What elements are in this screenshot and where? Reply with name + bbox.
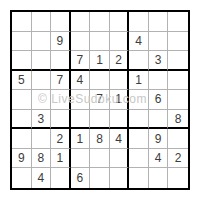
cell-r8c2[interactable]: 8 — [32, 149, 52, 169]
cell-r4c9[interactable] — [168, 71, 188, 91]
cell-r1c7[interactable] — [129, 12, 149, 32]
sudoku-puzzle-image: 947123574171638218499814246 © LiveSudoku… — [0, 0, 200, 200]
cell-r3c7[interactable] — [129, 51, 149, 71]
cell-r7c4[interactable]: 1 — [71, 129, 91, 149]
cell-r5c7[interactable] — [129, 90, 149, 110]
cell-r6c9[interactable]: 8 — [168, 110, 188, 130]
cell-r5c6[interactable]: 1 — [110, 90, 130, 110]
cell-r1c9[interactable] — [168, 12, 188, 32]
cell-r6c8[interactable] — [149, 110, 169, 130]
cell-r5c3[interactable] — [51, 90, 71, 110]
cell-r2c9[interactable] — [168, 32, 188, 52]
cell-r5c8[interactable]: 6 — [149, 90, 169, 110]
cell-r7c8[interactable]: 9 — [149, 129, 169, 149]
cell-r4c3[interactable]: 7 — [51, 71, 71, 91]
cell-r3c6[interactable]: 2 — [110, 51, 130, 71]
cell-r8c7[interactable] — [129, 149, 149, 169]
cell-r5c5[interactable]: 7 — [90, 90, 110, 110]
cell-r4c8[interactable] — [149, 71, 169, 91]
cell-r3c9[interactable] — [168, 51, 188, 71]
cell-r4c4[interactable]: 4 — [71, 71, 91, 91]
cell-r3c2[interactable] — [32, 51, 52, 71]
cell-r8c5[interactable] — [90, 149, 110, 169]
cell-r8c9[interactable]: 2 — [168, 149, 188, 169]
cell-r9c5[interactable] — [90, 168, 110, 188]
cell-r1c8[interactable] — [149, 12, 169, 32]
cell-r1c1[interactable] — [12, 12, 32, 32]
cell-r1c4[interactable] — [71, 12, 91, 32]
cell-r9c1[interactable] — [12, 168, 32, 188]
cell-r3c3[interactable] — [51, 51, 71, 71]
cell-r7c2[interactable] — [32, 129, 52, 149]
cell-r9c8[interactable] — [149, 168, 169, 188]
cell-r1c2[interactable] — [32, 12, 52, 32]
cell-r8c6[interactable] — [110, 149, 130, 169]
cell-r6c2[interactable]: 3 — [32, 110, 52, 130]
cell-r2c8[interactable] — [149, 32, 169, 52]
cell-r6c7[interactable] — [129, 110, 149, 130]
cell-r9c3[interactable] — [51, 168, 71, 188]
cell-r6c5[interactable] — [90, 110, 110, 130]
cell-r7c1[interactable] — [12, 129, 32, 149]
cell-r3c4[interactable]: 7 — [71, 51, 91, 71]
cell-r2c7[interactable]: 4 — [129, 32, 149, 52]
cell-r7c9[interactable] — [168, 129, 188, 149]
cell-r5c2[interactable] — [32, 90, 52, 110]
cell-r6c3[interactable] — [51, 110, 71, 130]
cell-r3c8[interactable]: 3 — [149, 51, 169, 71]
cell-r1c6[interactable] — [110, 12, 130, 32]
cell-r5c4[interactable] — [71, 90, 91, 110]
cell-r5c9[interactable] — [168, 90, 188, 110]
cell-r7c6[interactable]: 4 — [110, 129, 130, 149]
cell-r6c1[interactable] — [12, 110, 32, 130]
cell-r4c2[interactable] — [32, 71, 52, 91]
cell-r2c3[interactable]: 9 — [51, 32, 71, 52]
cell-r8c8[interactable]: 4 — [149, 149, 169, 169]
cell-r2c4[interactable] — [71, 32, 91, 52]
cell-r3c1[interactable] — [12, 51, 32, 71]
cell-r8c3[interactable]: 1 — [51, 149, 71, 169]
cell-r9c4[interactable]: 6 — [71, 168, 91, 188]
cell-r8c1[interactable]: 9 — [12, 149, 32, 169]
cell-r8c4[interactable] — [71, 149, 91, 169]
cell-r9c2[interactable]: 4 — [32, 168, 52, 188]
cell-r2c2[interactable] — [32, 32, 52, 52]
cell-r7c5[interactable]: 8 — [90, 129, 110, 149]
sudoku-board: 947123574171638218499814246 — [10, 10, 190, 190]
cell-r4c5[interactable] — [90, 71, 110, 91]
cell-r3c5[interactable]: 1 — [90, 51, 110, 71]
cell-r1c3[interactable] — [51, 12, 71, 32]
cell-r6c6[interactable] — [110, 110, 130, 130]
cell-r9c9[interactable] — [168, 168, 188, 188]
cell-r4c7[interactable]: 1 — [129, 71, 149, 91]
cell-r1c5[interactable] — [90, 12, 110, 32]
cell-r9c7[interactable] — [129, 168, 149, 188]
cell-r4c6[interactable] — [110, 71, 130, 91]
cell-r7c7[interactable] — [129, 129, 149, 149]
cell-r6c4[interactable] — [71, 110, 91, 130]
cell-r4c1[interactable]: 5 — [12, 71, 32, 91]
cell-r2c6[interactable] — [110, 32, 130, 52]
cell-r5c1[interactable] — [12, 90, 32, 110]
cell-r2c5[interactable] — [90, 32, 110, 52]
cell-r9c6[interactable] — [110, 168, 130, 188]
cell-r7c3[interactable]: 2 — [51, 129, 71, 149]
cell-r2c1[interactable] — [12, 32, 32, 52]
